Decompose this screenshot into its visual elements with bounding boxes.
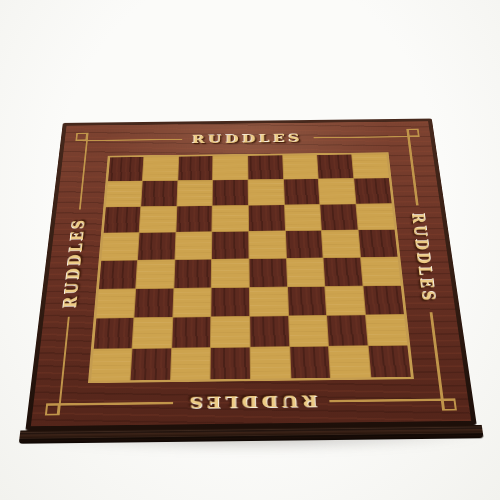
square-r5c1[interactable] [135, 288, 174, 317]
square-r4c1[interactable] [136, 260, 174, 288]
square-r0c4[interactable] [248, 155, 283, 179]
square-r2c2[interactable] [176, 206, 212, 232]
square-r1c1[interactable] [141, 181, 177, 206]
brand-text-bottom: RUDDLES [185, 392, 317, 411]
corner-ornament-bottom-left [45, 404, 60, 415]
square-r7c1[interactable] [131, 348, 171, 379]
square-r5c3[interactable] [212, 287, 250, 316]
square-r7c3[interactable] [211, 347, 250, 378]
square-r3c1[interactable] [138, 233, 175, 260]
square-r2c3[interactable] [213, 205, 249, 231]
corner-ornament-top-left [75, 133, 87, 141]
board-border: RUDDLES RUDDLES RUDDLES RUDDLES [31, 121, 471, 426]
square-r1c7[interactable] [354, 178, 391, 203]
square-r1c2[interactable] [177, 180, 212, 205]
pinstripe-top-left-segment [75, 139, 181, 142]
square-r3c5[interactable] [286, 231, 323, 258]
pinstripe-bottom-left-segment [46, 402, 173, 406]
square-r5c0[interactable] [96, 289, 135, 318]
square-r2c4[interactable] [249, 205, 285, 231]
square-r3c2[interactable] [175, 232, 212, 259]
square-r1c3[interactable] [213, 180, 248, 205]
pinstripe-right-upper-segment [406, 129, 418, 205]
square-r3c3[interactable] [212, 232, 248, 259]
brand-text-left: RUDDLES [60, 217, 89, 308]
square-r6c0[interactable] [93, 318, 133, 348]
pinstripe-left-upper-segment [79, 133, 89, 210]
brand-text-top: RUDDLES [192, 132, 303, 146]
square-r6c4[interactable] [250, 316, 289, 346]
square-r6c1[interactable] [133, 318, 172, 348]
square-r3c4[interactable] [249, 231, 286, 258]
photo-background: RUDDLES RUDDLES RUDDLES RUDDLES [0, 0, 500, 500]
square-r5c7[interactable] [363, 286, 403, 315]
square-r1c5[interactable] [284, 179, 320, 204]
square-r7c6[interactable] [329, 346, 370, 377]
corner-ornament-top-right [407, 129, 420, 137]
square-r5c6[interactable] [325, 286, 364, 315]
square-r0c3[interactable] [213, 155, 247, 179]
square-r3c0[interactable] [101, 233, 139, 260]
square-r4c3[interactable] [212, 259, 249, 287]
square-r4c6[interactable] [324, 258, 363, 286]
square-r5c4[interactable] [250, 287, 288, 316]
square-r4c0[interactable] [98, 260, 137, 288]
square-r2c5[interactable] [285, 205, 322, 231]
brand-text-right: RUDDLES [408, 213, 439, 303]
square-r0c7[interactable] [352, 154, 388, 178]
square-r0c0[interactable] [108, 157, 144, 181]
square-r7c4[interactable] [251, 347, 291, 378]
board-tilt-wrapper: RUDDLES RUDDLES RUDDLES RUDDLES [0, 0, 500, 500]
square-r6c2[interactable] [172, 317, 211, 347]
pinstripe-left-lower-segment [57, 316, 70, 415]
square-r7c2[interactable] [171, 348, 211, 379]
square-r2c6[interactable] [320, 204, 357, 230]
corner-ornament-bottom-right [442, 399, 457, 410]
square-r6c5[interactable] [289, 316, 328, 346]
square-r2c7[interactable] [356, 204, 394, 230]
square-r0c2[interactable] [178, 156, 213, 180]
square-r7c0[interactable] [91, 349, 132, 381]
square-r0c1[interactable] [143, 156, 178, 180]
square-r5c2[interactable] [173, 288, 211, 317]
square-r7c7[interactable] [369, 345, 411, 376]
plaque-side-edge: RUDDLES RUDDLES RUDDLES RUDDLES [25, 118, 476, 430]
chessboard-plaque: RUDDLES RUDDLES RUDDLES RUDDLES [24, 118, 479, 443]
square-r4c2[interactable] [174, 260, 211, 288]
square-r4c7[interactable] [361, 257, 400, 285]
pinstripe-right-lower-segment [430, 312, 445, 411]
square-r2c1[interactable] [140, 206, 177, 232]
square-r4c4[interactable] [249, 259, 286, 287]
square-r0c5[interactable] [283, 155, 318, 179]
square-r4c5[interactable] [287, 258, 325, 286]
playing-field [88, 152, 414, 383]
square-r3c7[interactable] [359, 230, 398, 257]
pinstripe-bottom-right-segment [329, 398, 456, 402]
square-r6c3[interactable] [211, 317, 249, 347]
square-r0c6[interactable] [317, 154, 353, 178]
pinstripe-top-right-segment [313, 136, 419, 139]
square-r1c6[interactable] [319, 179, 355, 204]
square-r5c5[interactable] [288, 287, 327, 316]
square-r6c7[interactable] [366, 315, 407, 345]
square-r2c0[interactable] [103, 207, 140, 233]
square-r6c6[interactable] [327, 315, 367, 345]
square-r1c4[interactable] [248, 180, 283, 205]
square-r7c5[interactable] [290, 346, 330, 377]
square-r3c6[interactable] [322, 230, 360, 257]
square-r1c0[interactable] [105, 181, 141, 206]
